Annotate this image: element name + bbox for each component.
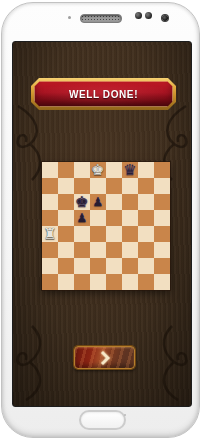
square-e7[interactable] <box>106 178 122 194</box>
square-h3[interactable] <box>154 242 170 258</box>
next-button[interactable] <box>74 346 135 369</box>
phone-frame: WELL DONE! ♚♛♚♟♟♜ <box>1 2 200 438</box>
square-d7[interactable] <box>90 178 106 194</box>
square-a8[interactable] <box>42 162 58 178</box>
square-h6[interactable] <box>154 194 170 210</box>
square-g7[interactable] <box>138 178 154 194</box>
square-e1[interactable] <box>106 274 122 290</box>
piece-black-king[interactable]: ♚ <box>74 194 90 210</box>
square-g4[interactable] <box>138 226 154 242</box>
well-done-banner-panel: WELL DONE! <box>34 81 173 107</box>
square-g2[interactable] <box>138 258 154 274</box>
square-f8[interactable]: ♛ <box>122 162 138 178</box>
square-f7[interactable] <box>122 178 138 194</box>
square-b3[interactable] <box>58 242 74 258</box>
square-e2[interactable] <box>106 258 122 274</box>
square-f2[interactable] <box>122 258 138 274</box>
light-sensor-icon <box>135 12 142 19</box>
piece-white-rook[interactable]: ♜ <box>42 226 58 242</box>
square-h4[interactable] <box>154 226 170 242</box>
sensor-dot-icon <box>145 12 152 19</box>
square-c4[interactable] <box>74 226 90 242</box>
square-c5[interactable]: ♟ <box>74 210 90 226</box>
chevron-right-icon <box>96 350 110 364</box>
square-f6[interactable] <box>122 194 138 210</box>
square-a6[interactable] <box>42 194 58 210</box>
square-b5[interactable] <box>58 210 74 226</box>
square-e6[interactable] <box>106 194 122 210</box>
square-a2[interactable] <box>42 258 58 274</box>
square-c6[interactable]: ♚ <box>74 194 90 210</box>
square-d4[interactable] <box>90 226 106 242</box>
square-b1[interactable] <box>58 274 74 290</box>
square-b8[interactable] <box>58 162 74 178</box>
piece-white-king[interactable]: ♚ <box>90 162 106 178</box>
square-f1[interactable] <box>122 274 138 290</box>
square-a4[interactable]: ♜ <box>42 226 58 242</box>
square-e8[interactable] <box>106 162 122 178</box>
square-b2[interactable] <box>58 258 74 274</box>
square-e3[interactable] <box>106 242 122 258</box>
square-c1[interactable] <box>74 274 90 290</box>
square-d8[interactable]: ♚ <box>90 162 106 178</box>
well-done-text: WELL DONE! <box>69 89 138 100</box>
square-b6[interactable] <box>58 194 74 210</box>
square-g8[interactable] <box>138 162 154 178</box>
square-d5[interactable] <box>90 210 106 226</box>
square-c3[interactable] <box>74 242 90 258</box>
front-camera-icon <box>162 15 168 21</box>
well-done-banner: WELL DONE! <box>31 78 176 110</box>
square-h7[interactable] <box>154 178 170 194</box>
chess-board[interactable]: ♚♛♚♟♟♜ <box>42 162 170 290</box>
proximity-sensor-icon <box>68 16 71 19</box>
square-a1[interactable] <box>42 274 58 290</box>
square-d2[interactable] <box>90 258 106 274</box>
square-f4[interactable] <box>122 226 138 242</box>
square-c8[interactable] <box>74 162 90 178</box>
mic-dot-icon <box>124 414 126 416</box>
piece-black-pawn[interactable]: ♟ <box>74 210 90 226</box>
piece-black-queen[interactable]: ♛ <box>122 162 138 178</box>
square-g6[interactable] <box>138 194 154 210</box>
corner-flourish-icon <box>14 324 50 402</box>
square-h2[interactable] <box>154 258 170 274</box>
square-a3[interactable] <box>42 242 58 258</box>
square-h8[interactable] <box>154 162 170 178</box>
square-b4[interactable] <box>58 226 74 242</box>
square-h1[interactable] <box>154 274 170 290</box>
square-f3[interactable] <box>122 242 138 258</box>
square-c7[interactable] <box>74 178 90 194</box>
square-f5[interactable] <box>122 210 138 226</box>
speaker-grille-icon <box>80 14 122 23</box>
square-d6[interactable]: ♟ <box>90 194 106 210</box>
square-d1[interactable] <box>90 274 106 290</box>
piece-black-pawn[interactable]: ♟ <box>90 194 106 210</box>
home-button[interactable] <box>79 410 126 430</box>
square-e5[interactable] <box>106 210 122 226</box>
screenshot-canvas: WELL DONE! ♚♛♚♟♟♜ <box>0 0 200 438</box>
square-b7[interactable] <box>58 178 74 194</box>
square-d3[interactable] <box>90 242 106 258</box>
square-a5[interactable] <box>42 210 58 226</box>
app-screen: WELL DONE! ♚♛♚♟♟♜ <box>12 41 192 407</box>
square-g1[interactable] <box>138 274 154 290</box>
square-c2[interactable] <box>74 258 90 274</box>
square-a7[interactable] <box>42 178 58 194</box>
square-h5[interactable] <box>154 210 170 226</box>
square-g3[interactable] <box>138 242 154 258</box>
corner-flourish-icon <box>154 324 190 402</box>
square-e4[interactable] <box>106 226 122 242</box>
square-g5[interactable] <box>138 210 154 226</box>
